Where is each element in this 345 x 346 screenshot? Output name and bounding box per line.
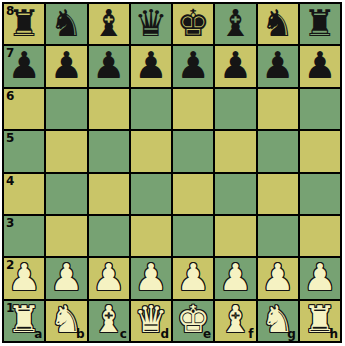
- square-b2[interactable]: ♟: [46, 258, 86, 298]
- square-f6[interactable]: [215, 89, 255, 129]
- white-pawn[interactable]: ♟: [50, 259, 83, 296]
- black-pawn[interactable]: ♟: [134, 47, 167, 84]
- square-h2[interactable]: ♟: [300, 258, 340, 298]
- square-h4[interactable]: [300, 174, 340, 214]
- black-bishop[interactable]: ♝: [92, 5, 125, 42]
- white-rook[interactable]: ♜: [8, 301, 41, 338]
- square-c8[interactable]: ♝: [89, 4, 129, 44]
- square-h8[interactable]: ♜: [300, 4, 340, 44]
- chess-board-frame: 8♜♞♝♛♚♝♞♜7♟♟♟♟♟♟♟♟65432♟♟♟♟♟♟♟♟1♜a♞b♝c♛d…: [0, 0, 345, 346]
- black-pawn[interactable]: ♟: [261, 47, 294, 84]
- square-d2[interactable]: ♟: [131, 258, 171, 298]
- square-a6[interactable]: 6: [4, 89, 44, 129]
- square-f1[interactable]: ♝f: [215, 301, 255, 341]
- square-d5[interactable]: [131, 131, 171, 171]
- square-g3[interactable]: [258, 216, 298, 256]
- square-f2[interactable]: ♟: [215, 258, 255, 298]
- square-d3[interactable]: [131, 216, 171, 256]
- square-f8[interactable]: ♝: [215, 4, 255, 44]
- square-g1[interactable]: ♞g: [258, 301, 298, 341]
- white-queen[interactable]: ♛: [134, 301, 167, 338]
- white-pawn[interactable]: ♟: [134, 259, 167, 296]
- black-bishop[interactable]: ♝: [219, 5, 252, 42]
- white-bishop[interactable]: ♝: [219, 301, 252, 338]
- square-e2[interactable]: ♟: [173, 258, 213, 298]
- square-c5[interactable]: [89, 131, 129, 171]
- square-f3[interactable]: [215, 216, 255, 256]
- square-g6[interactable]: [258, 89, 298, 129]
- square-b3[interactable]: [46, 216, 86, 256]
- white-knight[interactable]: ♞: [261, 301, 294, 338]
- black-king[interactable]: ♚: [177, 5, 210, 42]
- square-a8[interactable]: 8♜: [4, 4, 44, 44]
- square-a4[interactable]: 4: [4, 174, 44, 214]
- square-b6[interactable]: [46, 89, 86, 129]
- square-a2[interactable]: 2♟: [4, 258, 44, 298]
- chess-board: 8♜♞♝♛♚♝♞♜7♟♟♟♟♟♟♟♟65432♟♟♟♟♟♟♟♟1♜a♞b♝c♛d…: [2, 2, 342, 343]
- black-knight[interactable]: ♞: [261, 5, 294, 42]
- black-rook[interactable]: ♜: [303, 5, 336, 42]
- square-h6[interactable]: [300, 89, 340, 129]
- square-b7[interactable]: ♟: [46, 46, 86, 86]
- square-h5[interactable]: [300, 131, 340, 171]
- square-g8[interactable]: ♞: [258, 4, 298, 44]
- square-b1[interactable]: ♞b: [46, 301, 86, 341]
- white-pawn[interactable]: ♟: [303, 259, 336, 296]
- square-e7[interactable]: ♟: [173, 46, 213, 86]
- square-c6[interactable]: [89, 89, 129, 129]
- square-e3[interactable]: [173, 216, 213, 256]
- square-f7[interactable]: ♟: [215, 46, 255, 86]
- square-a5[interactable]: 5: [4, 131, 44, 171]
- square-e1[interactable]: ♚e: [173, 301, 213, 341]
- white-bishop[interactable]: ♝: [92, 301, 125, 338]
- square-e5[interactable]: [173, 131, 213, 171]
- square-g5[interactable]: [258, 131, 298, 171]
- square-f5[interactable]: [215, 131, 255, 171]
- black-pawn[interactable]: ♟: [92, 47, 125, 84]
- white-pawn[interactable]: ♟: [261, 259, 294, 296]
- square-d8[interactable]: ♛: [131, 4, 171, 44]
- white-knight[interactable]: ♞: [50, 301, 83, 338]
- square-a1[interactable]: 1♜a: [4, 301, 44, 341]
- black-knight[interactable]: ♞: [50, 5, 83, 42]
- white-pawn[interactable]: ♟: [8, 259, 41, 296]
- rank-label-6: 6: [6, 89, 14, 103]
- rank-label-4: 4: [6, 174, 14, 188]
- black-pawn[interactable]: ♟: [303, 47, 336, 84]
- square-b4[interactable]: [46, 174, 86, 214]
- square-g2[interactable]: ♟: [258, 258, 298, 298]
- square-e8[interactable]: ♚: [173, 4, 213, 44]
- white-pawn[interactable]: ♟: [219, 259, 252, 296]
- black-pawn[interactable]: ♟: [50, 47, 83, 84]
- square-c2[interactable]: ♟: [89, 258, 129, 298]
- rank-label-3: 3: [6, 216, 14, 230]
- square-f4[interactable]: [215, 174, 255, 214]
- square-h7[interactable]: ♟: [300, 46, 340, 86]
- black-rook[interactable]: ♜: [8, 5, 41, 42]
- black-pawn[interactable]: ♟: [219, 47, 252, 84]
- white-rook[interactable]: ♜: [303, 301, 336, 338]
- white-pawn[interactable]: ♟: [177, 259, 210, 296]
- square-b5[interactable]: [46, 131, 86, 171]
- square-a7[interactable]: 7♟: [4, 46, 44, 86]
- square-d6[interactable]: [131, 89, 171, 129]
- black-pawn[interactable]: ♟: [8, 47, 41, 84]
- square-g7[interactable]: ♟: [258, 46, 298, 86]
- square-e4[interactable]: [173, 174, 213, 214]
- white-king[interactable]: ♚: [177, 301, 210, 338]
- square-c1[interactable]: ♝c: [89, 301, 129, 341]
- square-a3[interactable]: 3: [4, 216, 44, 256]
- black-queen[interactable]: ♛: [134, 5, 167, 42]
- square-d4[interactable]: [131, 174, 171, 214]
- square-d7[interactable]: ♟: [131, 46, 171, 86]
- square-h1[interactable]: ♜h: [300, 301, 340, 341]
- rank-label-5: 5: [6, 131, 14, 145]
- square-c4[interactable]: [89, 174, 129, 214]
- square-d1[interactable]: ♛d: [131, 301, 171, 341]
- square-b8[interactable]: ♞: [46, 4, 86, 44]
- square-h3[interactable]: [300, 216, 340, 256]
- square-c3[interactable]: [89, 216, 129, 256]
- white-pawn[interactable]: ♟: [92, 259, 125, 296]
- square-c7[interactable]: ♟: [89, 46, 129, 86]
- square-e6[interactable]: [173, 89, 213, 129]
- black-pawn[interactable]: ♟: [177, 47, 210, 84]
- square-g4[interactable]: [258, 174, 298, 214]
